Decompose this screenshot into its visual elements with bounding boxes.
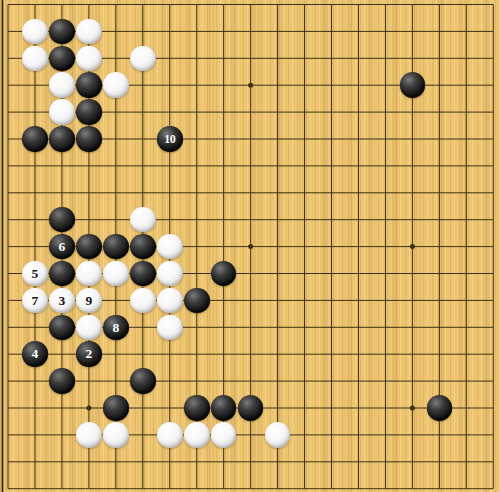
stone-black-8-12[interactable]: [184, 288, 210, 314]
stone-black-2-6[interactable]: [22, 126, 48, 152]
stone-white-4-13[interactable]: [76, 315, 102, 341]
star-point-16-16: [410, 406, 415, 411]
stone-white-9-17[interactable]: [211, 422, 237, 448]
stone-white-4-11[interactable]: [76, 261, 102, 287]
stone-white-3-5[interactable]: [49, 99, 75, 125]
stone-white-move-7[interactable]: 7: [22, 288, 48, 314]
stone-white-2-3[interactable]: [22, 46, 48, 72]
stone-white-6-3[interactable]: [130, 46, 156, 72]
stone-white-4-3[interactable]: [76, 46, 102, 72]
stone-black-3-9[interactable]: [49, 207, 75, 233]
stone-white-move-5[interactable]: 5: [22, 261, 48, 287]
stone-white-7-12[interactable]: [157, 288, 183, 314]
stone-white-7-10[interactable]: [157, 234, 183, 260]
stone-black-4-6[interactable]: [76, 126, 102, 152]
stone-black-move-6[interactable]: 6: [49, 234, 75, 260]
stone-black-3-11[interactable]: [49, 261, 75, 287]
stone-black-5-10[interactable]: [103, 234, 129, 260]
stone-black-4-4[interactable]: [76, 72, 102, 98]
stone-black-4-10[interactable]: [76, 234, 102, 260]
stone-black-6-15[interactable]: [130, 368, 156, 394]
stone-black-move-4[interactable]: 4: [22, 341, 48, 367]
stone-black-3-13[interactable]: [49, 315, 75, 341]
stone-white-3-4[interactable]: [49, 72, 75, 98]
stone-black-9-16[interactable]: [211, 395, 237, 421]
stone-white-move-9[interactable]: 9: [76, 288, 102, 314]
stone-black-move-10[interactable]: 10: [157, 126, 183, 152]
stone-white-5-17[interactable]: [103, 422, 129, 448]
stone-black-17-16[interactable]: [427, 395, 453, 421]
stone-white-4-2[interactable]: [76, 19, 102, 45]
stone-white-11-17[interactable]: [265, 422, 291, 448]
stone-white-7-11[interactable]: [157, 261, 183, 287]
stone-black-move-2[interactable]: 2: [76, 341, 102, 367]
stone-black-5-16[interactable]: [103, 395, 129, 421]
stone-black-8-16[interactable]: [184, 395, 210, 421]
stone-white-2-2[interactable]: [22, 19, 48, 45]
stone-black-3-3[interactable]: [49, 46, 75, 72]
star-point-16-10: [410, 244, 415, 249]
star-point-10-4: [248, 83, 253, 88]
stone-black-move-8[interactable]: 8: [103, 315, 129, 341]
stone-white-6-12[interactable]: [130, 288, 156, 314]
stone-white-8-17[interactable]: [184, 422, 210, 448]
stone-black-4-5[interactable]: [76, 99, 102, 125]
stone-black-6-11[interactable]: [130, 261, 156, 287]
stone-white-7-17[interactable]: [157, 422, 183, 448]
stone-white-move-3[interactable]: 3: [49, 288, 75, 314]
stone-black-3-6[interactable]: [49, 126, 75, 152]
stone-white-5-4[interactable]: [103, 72, 129, 98]
stone-black-6-10[interactable]: [130, 234, 156, 260]
stone-black-10-16[interactable]: [238, 395, 264, 421]
star-point-10-10: [248, 244, 253, 249]
stone-white-7-13[interactable]: [157, 315, 183, 341]
stone-white-5-11[interactable]: [103, 261, 129, 287]
stone-black-3-2[interactable]: [49, 19, 75, 45]
stone-white-4-17[interactable]: [76, 422, 102, 448]
go-board[interactable]: 1065739842: [0, 0, 500, 492]
stone-white-6-9[interactable]: [130, 207, 156, 233]
stone-black-3-15[interactable]: [49, 368, 75, 394]
star-point-4-16: [86, 406, 91, 411]
stone-black-16-4[interactable]: [400, 72, 426, 98]
